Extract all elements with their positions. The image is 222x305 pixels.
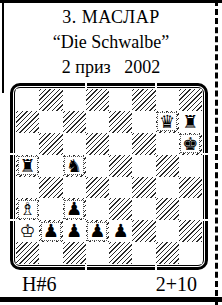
piece-cutout: ♜ <box>18 156 38 175</box>
stipulation: H#6 <box>22 273 56 295</box>
square-d1 <box>86 242 109 264</box>
square-c7 <box>63 111 86 133</box>
chess-problem-page: 3. МАСЛАР “Die Schwalbe” 2 приз 2002 ♛♜♚… <box>0 0 222 305</box>
piece-black-pawn-b2: ♟ <box>43 222 59 240</box>
piece-cutout: ♚ <box>180 134 200 153</box>
square-f4 <box>132 177 155 199</box>
square-d5 <box>86 155 109 177</box>
square-d3 <box>86 198 109 220</box>
square-h2 <box>179 220 202 242</box>
frame-notch <box>85 264 87 270</box>
square-a7 <box>16 111 39 133</box>
square-d6 <box>86 133 109 155</box>
page-border-bottom <box>0 297 222 302</box>
square-b5 <box>39 155 62 177</box>
square-f8 <box>132 89 155 111</box>
square-a6 <box>16 133 39 155</box>
stipulation-row: H#6 2+10 <box>0 273 222 295</box>
square-d7 <box>86 111 109 133</box>
frame-notch <box>202 219 208 221</box>
square-b1 <box>39 242 62 264</box>
piece-cutout: ♛ <box>157 112 177 131</box>
piece-cutout: ♗ <box>18 200 38 219</box>
square-a2: ♔ <box>16 220 39 242</box>
frame-notch <box>85 83 87 89</box>
square-b7 <box>39 111 62 133</box>
frame-notch <box>10 219 16 221</box>
piece-black-pawn-e2: ♟ <box>113 222 129 240</box>
board-frame-inner: ♛♜♚♜♞♗♟♔♟♟♟♟ <box>14 87 204 266</box>
frame-notch <box>155 83 157 89</box>
square-d2: ♟ <box>86 220 109 242</box>
board-frame-outer: ♛♜♚♜♞♗♟♔♟♟♟♟ <box>10 83 208 270</box>
square-e4 <box>109 177 132 199</box>
piece-black-pawn-d2: ♟ <box>89 222 105 240</box>
piece-black-knight-c5: ♞ <box>66 157 82 175</box>
frame-notch <box>202 153 208 155</box>
square-e3 <box>109 198 132 220</box>
square-e6 <box>109 133 132 155</box>
piece-black-queen-g7: ♛ <box>159 113 175 131</box>
problem-header: 3. МАСЛАР “Die Schwalbe” 2 приз 2002 <box>0 5 222 80</box>
square-g4 <box>156 177 179 199</box>
square-g2 <box>156 220 179 242</box>
square-c6 <box>63 133 86 155</box>
square-c1 <box>63 242 86 264</box>
square-a1 <box>16 242 39 264</box>
piece-cutout: ♟ <box>64 200 84 219</box>
piece-black-rook-h7: ♜ <box>182 113 198 131</box>
square-c5: ♞ <box>63 155 86 177</box>
square-h7: ♜ <box>179 111 202 133</box>
piece-cutout: ♔ <box>18 222 38 241</box>
square-h4 <box>179 177 202 199</box>
square-f6 <box>132 133 155 155</box>
square-f2 <box>132 220 155 242</box>
square-g3 <box>156 198 179 220</box>
piece-cutout: ♜ <box>180 112 200 131</box>
square-e7 <box>109 111 132 133</box>
piece-cutout: ♟ <box>41 222 61 241</box>
piece-black-rook-a5: ♜ <box>20 157 36 175</box>
page-border-top <box>0 0 222 3</box>
piece-white-bishop-a3: ♗ <box>20 200 36 218</box>
square-e8 <box>109 89 132 111</box>
square-h8 <box>179 89 202 111</box>
frame-notch <box>10 153 16 155</box>
square-e5 <box>109 155 132 177</box>
problem-award: 2 приз 2002 <box>0 55 222 80</box>
square-a4 <box>16 177 39 199</box>
square-g1 <box>156 242 179 264</box>
square-b3 <box>39 198 62 220</box>
square-g8 <box>156 89 179 111</box>
piece-cutout: ♟ <box>87 222 107 241</box>
square-e1 <box>109 242 132 264</box>
piece-black-pawn-c2: ♟ <box>66 222 82 240</box>
problem-title: 3. МАСЛАР <box>0 5 222 30</box>
chess-board: ♛♜♚♜♞♗♟♔♟♟♟♟ <box>10 83 208 270</box>
square-g6 <box>156 133 179 155</box>
square-d4 <box>86 177 109 199</box>
square-c2: ♟ <box>63 220 86 242</box>
square-g7: ♛ <box>156 111 179 133</box>
material-count: 2+10 <box>156 273 197 295</box>
square-f3 <box>132 198 155 220</box>
square-b8 <box>39 89 62 111</box>
square-d8 <box>86 89 109 111</box>
square-a3: ♗ <box>16 198 39 220</box>
square-f7 <box>132 111 155 133</box>
square-a8 <box>16 89 39 111</box>
square-e2: ♟ <box>109 220 132 242</box>
piece-cutout: ♟ <box>64 222 84 241</box>
square-f5 <box>132 155 155 177</box>
piece-black-pawn-c3: ♟ <box>66 200 82 218</box>
frame-notch <box>155 264 157 270</box>
square-c3: ♟ <box>63 198 86 220</box>
square-a5: ♜ <box>16 155 39 177</box>
board-grid: ♛♜♚♜♞♗♟♔♟♟♟♟ <box>16 89 202 264</box>
square-b2: ♟ <box>39 220 62 242</box>
problem-source: “Die Schwalbe” <box>0 30 222 55</box>
piece-black-king-h6: ♚ <box>182 135 198 153</box>
piece-cutout: ♞ <box>64 156 84 175</box>
square-b4 <box>39 177 62 199</box>
square-h6: ♚ <box>179 133 202 155</box>
piece-white-king-a2: ♔ <box>20 222 36 240</box>
square-c4 <box>63 177 86 199</box>
square-g5 <box>156 155 179 177</box>
piece-cutout: ♟ <box>111 222 131 241</box>
square-c8 <box>63 89 86 111</box>
square-h5 <box>179 155 202 177</box>
square-h3 <box>179 198 202 220</box>
square-f1 <box>132 242 155 264</box>
square-b6 <box>39 133 62 155</box>
square-h1 <box>179 242 202 264</box>
